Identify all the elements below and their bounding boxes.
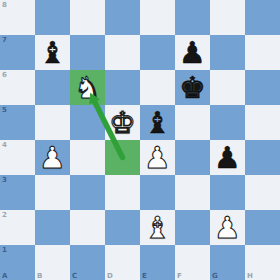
rank-label-5: 5 xyxy=(2,106,7,114)
square-d4[interactable] xyxy=(105,140,140,175)
square-g2[interactable]: ♟ xyxy=(210,210,245,245)
piece-black-king-f6[interactable]: ♚ xyxy=(175,70,210,105)
square-e5[interactable]: ♝ xyxy=(140,105,175,140)
square-e4[interactable]: ♟ xyxy=(140,140,175,175)
square-a7[interactable]: 7 xyxy=(0,35,35,70)
file-label-f: F xyxy=(177,272,182,280)
rank-label-1: 1 xyxy=(2,246,7,254)
square-f8[interactable] xyxy=(175,0,210,35)
square-c3[interactable] xyxy=(70,175,105,210)
rank-label-8: 8 xyxy=(2,1,7,9)
square-d1[interactable]: D xyxy=(105,245,140,280)
square-h2[interactable] xyxy=(245,210,280,245)
square-h5[interactable] xyxy=(245,105,280,140)
square-b7[interactable]: ♝ xyxy=(35,35,70,70)
square-b3[interactable] xyxy=(35,175,70,210)
square-g8[interactable] xyxy=(210,0,245,35)
piece-white-bishop-e2[interactable]: ♝ xyxy=(140,210,175,245)
file-label-a: A xyxy=(2,272,7,280)
piece-black-pawn-f7[interactable]: ♟ xyxy=(175,35,210,70)
square-h7[interactable] xyxy=(245,35,280,70)
square-b1[interactable]: B xyxy=(35,245,70,280)
square-f6[interactable]: ♚ xyxy=(175,70,210,105)
square-c6[interactable]: ♞ xyxy=(70,70,105,105)
square-e1[interactable]: E xyxy=(140,245,175,280)
piece-black-pawn-g4[interactable]: ♟ xyxy=(210,140,245,175)
square-h4[interactable] xyxy=(245,140,280,175)
piece-black-bishop-b7[interactable]: ♝ xyxy=(35,35,70,70)
square-f4[interactable] xyxy=(175,140,210,175)
square-e3[interactable] xyxy=(140,175,175,210)
square-a4[interactable]: 4 xyxy=(0,140,35,175)
square-h8[interactable] xyxy=(245,0,280,35)
chess-board: 87♝♟6♞♚5♚♝4♟♟♟32♝♟1ABCDEFGH xyxy=(0,0,280,280)
square-g7[interactable] xyxy=(210,35,245,70)
piece-white-knight-c6[interactable]: ♞ xyxy=(70,70,105,105)
rank-label-3: 3 xyxy=(2,176,7,184)
square-e8[interactable] xyxy=(140,0,175,35)
piece-black-bishop-e5[interactable]: ♝ xyxy=(140,105,175,140)
rank-label-6: 6 xyxy=(2,71,7,79)
square-d8[interactable] xyxy=(105,0,140,35)
file-label-e: E xyxy=(142,272,147,280)
file-label-d: D xyxy=(107,272,113,280)
square-h6[interactable] xyxy=(245,70,280,105)
square-d3[interactable] xyxy=(105,175,140,210)
square-f3[interactable] xyxy=(175,175,210,210)
file-label-g: G xyxy=(212,272,218,280)
square-d6[interactable] xyxy=(105,70,140,105)
piece-white-pawn-e4[interactable]: ♟ xyxy=(140,140,175,175)
rank-label-4: 4 xyxy=(2,141,7,149)
square-d5[interactable]: ♚ xyxy=(105,105,140,140)
square-c5[interactable] xyxy=(70,105,105,140)
piece-white-pawn-b4[interactable]: ♟ xyxy=(35,140,70,175)
square-h1[interactable]: H xyxy=(245,245,280,280)
file-label-h: H xyxy=(247,272,253,280)
square-g6[interactable] xyxy=(210,70,245,105)
rank-label-2: 2 xyxy=(2,211,7,219)
square-g4[interactable]: ♟ xyxy=(210,140,245,175)
square-f2[interactable] xyxy=(175,210,210,245)
square-b8[interactable] xyxy=(35,0,70,35)
square-a6[interactable]: 6 xyxy=(0,70,35,105)
square-b6[interactable] xyxy=(35,70,70,105)
file-label-b: B xyxy=(37,272,42,280)
square-d7[interactable] xyxy=(105,35,140,70)
square-d2[interactable] xyxy=(105,210,140,245)
square-c2[interactable] xyxy=(70,210,105,245)
square-a1[interactable]: 1A xyxy=(0,245,35,280)
file-label-c: C xyxy=(72,272,77,280)
square-c1[interactable]: C xyxy=(70,245,105,280)
rank-label-7: 7 xyxy=(2,36,7,44)
piece-white-king-d5[interactable]: ♚ xyxy=(105,105,140,140)
square-a2[interactable]: 2 xyxy=(0,210,35,245)
square-e6[interactable] xyxy=(140,70,175,105)
square-b4[interactable]: ♟ xyxy=(35,140,70,175)
square-h3[interactable] xyxy=(245,175,280,210)
square-e7[interactable] xyxy=(140,35,175,70)
square-f5[interactable] xyxy=(175,105,210,140)
square-a5[interactable]: 5 xyxy=(0,105,35,140)
square-b2[interactable] xyxy=(35,210,70,245)
square-g1[interactable]: G xyxy=(210,245,245,280)
square-c7[interactable] xyxy=(70,35,105,70)
square-g3[interactable] xyxy=(210,175,245,210)
piece-white-pawn-g2[interactable]: ♟ xyxy=(210,210,245,245)
square-g5[interactable] xyxy=(210,105,245,140)
square-a8[interactable]: 8 xyxy=(0,0,35,35)
square-f7[interactable]: ♟ xyxy=(175,35,210,70)
square-c4[interactable] xyxy=(70,140,105,175)
square-c8[interactable] xyxy=(70,0,105,35)
square-a3[interactable]: 3 xyxy=(0,175,35,210)
square-b5[interactable] xyxy=(35,105,70,140)
chess-board-wrapper: 87♝♟6♞♚5♚♝4♟♟♟32♝♟1ABCDEFGH xyxy=(0,0,280,280)
square-e2[interactable]: ♝ xyxy=(140,210,175,245)
square-f1[interactable]: F xyxy=(175,245,210,280)
